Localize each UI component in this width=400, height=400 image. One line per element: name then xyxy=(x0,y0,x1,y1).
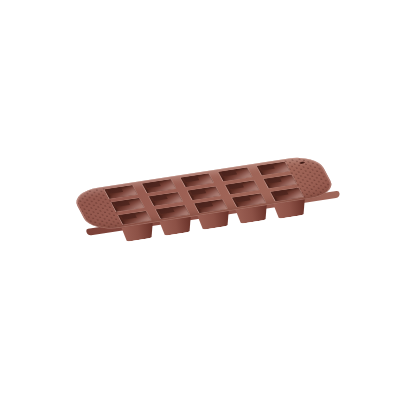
cavity-floor xyxy=(273,190,289,197)
cavity-floor xyxy=(107,187,123,194)
cavity-floor xyxy=(266,177,282,184)
cavity-floor xyxy=(235,196,251,203)
mold-cavity-r2c5 xyxy=(262,174,297,189)
mold-cavity-r2c1 xyxy=(110,198,145,213)
mold-cavity-r1c2 xyxy=(141,179,176,194)
cavity-floor xyxy=(159,207,175,214)
mold-cavity-r1c4 xyxy=(218,167,253,182)
mold-cavity-r3c4 xyxy=(231,193,266,208)
cavity-floor xyxy=(221,170,237,177)
cavity-floor xyxy=(183,176,199,183)
mold-cavity-r2c3 xyxy=(186,186,221,201)
mold-cavity-r3c5 xyxy=(269,187,304,202)
cavity-floor xyxy=(114,200,130,207)
mold-cavity-r3c2 xyxy=(155,205,190,220)
cavity-floor xyxy=(197,202,213,209)
cavity-floor xyxy=(190,189,206,196)
mold-cavity-r1c3 xyxy=(180,173,215,188)
cavity-floor xyxy=(121,213,137,220)
mold-cavity-r1c1 xyxy=(103,185,138,200)
cavity-floor xyxy=(145,182,161,189)
mold-cavity-r1c5 xyxy=(256,161,291,176)
mold-cavity-r3c1 xyxy=(117,210,152,225)
cavity-floor xyxy=(152,195,168,202)
product-photo xyxy=(0,0,400,400)
cavity-floor xyxy=(259,164,275,171)
mold-cavity-r2c2 xyxy=(148,192,183,207)
mold-cavity-r2c4 xyxy=(224,180,259,195)
cavity-floor xyxy=(228,183,244,190)
mold-cavity-r3c3 xyxy=(193,199,228,214)
